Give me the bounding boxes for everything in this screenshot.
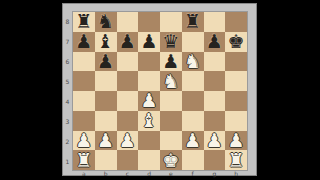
file-label-b: b (95, 170, 117, 177)
square-a6 (73, 52, 95, 72)
rank-label-1: 1 (63, 151, 72, 171)
square-d6 (138, 52, 160, 72)
square-f3 (182, 111, 204, 131)
square-g8 (204, 12, 226, 32)
square-g4 (204, 91, 226, 111)
square-g7: ♟ (204, 32, 226, 52)
square-c7: ♟ (117, 32, 139, 52)
square-f2: ♟ (182, 131, 204, 151)
white-pawn: ♟ (75, 131, 92, 150)
black-knight: ♞ (97, 12, 114, 31)
white-pawn: ♟ (141, 91, 158, 110)
square-d1 (138, 150, 160, 170)
black-rook: ♜ (75, 12, 92, 31)
square-a3 (73, 111, 95, 131)
white-rook: ♜ (75, 150, 92, 169)
square-e5: ♞ (160, 71, 182, 91)
square-c3 (117, 111, 139, 131)
white-pawn: ♟ (228, 131, 245, 150)
square-a5 (73, 71, 95, 91)
square-c5 (117, 71, 139, 91)
file-label-d: d (138, 170, 160, 177)
white-pawn: ♟ (119, 131, 136, 150)
file-label-c: c (117, 170, 139, 177)
square-h4 (225, 91, 247, 111)
rank-label-8: 8 (63, 11, 72, 31)
square-d2 (138, 131, 160, 151)
rank-label-6: 6 (63, 51, 72, 71)
square-g1 (204, 150, 226, 170)
black-pawn: ♟ (97, 52, 114, 71)
file-labels: abcdefgh (73, 170, 247, 177)
square-e1: ♚ (160, 150, 182, 170)
white-pawn: ♟ (206, 131, 223, 150)
file-label-g: g (204, 170, 226, 177)
square-h7: ♚ (225, 32, 247, 52)
square-g2: ♟ (204, 131, 226, 151)
square-e6: ♟ (160, 52, 182, 72)
black-pawn: ♟ (75, 32, 92, 51)
square-d8 (138, 12, 160, 32)
square-h6 (225, 52, 247, 72)
square-c1 (117, 150, 139, 170)
square-f5 (182, 71, 204, 91)
black-pawn: ♟ (119, 32, 136, 51)
square-b1 (95, 150, 117, 170)
square-f4 (182, 91, 204, 111)
square-e2 (160, 131, 182, 151)
black-queen: ♛ (162, 32, 179, 51)
black-pawn: ♟ (206, 32, 223, 51)
file-label-f: f (182, 170, 204, 177)
black-pawn: ♟ (162, 52, 179, 71)
square-e3 (160, 111, 182, 131)
square-a4 (73, 91, 95, 111)
square-f1 (182, 150, 204, 170)
square-g3 (204, 111, 226, 131)
file-label-h: h (225, 170, 247, 177)
square-e8 (160, 12, 182, 32)
square-c4 (117, 91, 139, 111)
square-b7: ♝ (95, 32, 117, 52)
square-c8 (117, 12, 139, 32)
square-c2: ♟ (117, 131, 139, 151)
square-h2: ♟ (225, 131, 247, 151)
square-h8 (225, 12, 247, 32)
white-king: ♚ (162, 150, 179, 169)
black-pawn: ♟ (141, 32, 158, 51)
board-panel: 87654321 ♜♞♜♟♝♟♟♛♟♚♟♟♞♞♟♝♟♟♟♟♟♟♜♚♜ abcde… (62, 3, 257, 176)
black-bishop: ♝ (97, 32, 114, 51)
square-b8: ♞ (95, 12, 117, 32)
file-label-a: a (73, 170, 95, 177)
square-f7 (182, 32, 204, 52)
square-h5 (225, 71, 247, 91)
rank-labels: 87654321 (63, 11, 72, 171)
square-b4 (95, 91, 117, 111)
white-bishop: ♝ (141, 111, 158, 130)
rank-label-4: 4 (63, 91, 72, 111)
square-a8: ♜ (73, 12, 95, 32)
rank-label-2: 2 (63, 131, 72, 151)
square-d3: ♝ (138, 111, 160, 131)
white-pawn: ♟ (97, 131, 114, 150)
square-e7: ♛ (160, 32, 182, 52)
white-knight: ♞ (162, 71, 179, 90)
square-b2: ♟ (95, 131, 117, 151)
square-d7: ♟ (138, 32, 160, 52)
chess-board: ♜♞♜♟♝♟♟♛♟♚♟♟♞♞♟♝♟♟♟♟♟♟♜♚♜ (72, 11, 248, 171)
square-f6: ♞ (182, 52, 204, 72)
square-a2: ♟ (73, 131, 95, 151)
white-pawn: ♟ (184, 131, 201, 150)
rank-label-7: 7 (63, 31, 72, 51)
square-b5 (95, 71, 117, 91)
square-h3 (225, 111, 247, 131)
square-f8: ♜ (182, 12, 204, 32)
file-label-e: e (160, 170, 182, 177)
square-b6: ♟ (95, 52, 117, 72)
black-rook: ♜ (184, 12, 201, 31)
white-knight: ♞ (184, 52, 201, 71)
square-a1: ♜ (73, 150, 95, 170)
black-king: ♚ (228, 32, 245, 51)
rank-label-5: 5 (63, 71, 72, 91)
square-g6 (204, 52, 226, 72)
square-d5 (138, 71, 160, 91)
square-h1: ♜ (225, 150, 247, 170)
video-frame: 87654321 ♜♞♜♟♝♟♟♛♟♚♟♟♞♞♟♝♟♟♟♟♟♟♜♚♜ abcde… (0, 0, 320, 180)
square-b3 (95, 111, 117, 131)
square-e4 (160, 91, 182, 111)
square-c6 (117, 52, 139, 72)
square-g5 (204, 71, 226, 91)
white-rook: ♜ (228, 150, 245, 169)
square-d4: ♟ (138, 91, 160, 111)
square-a7: ♟ (73, 32, 95, 52)
rank-label-3: 3 (63, 111, 72, 131)
